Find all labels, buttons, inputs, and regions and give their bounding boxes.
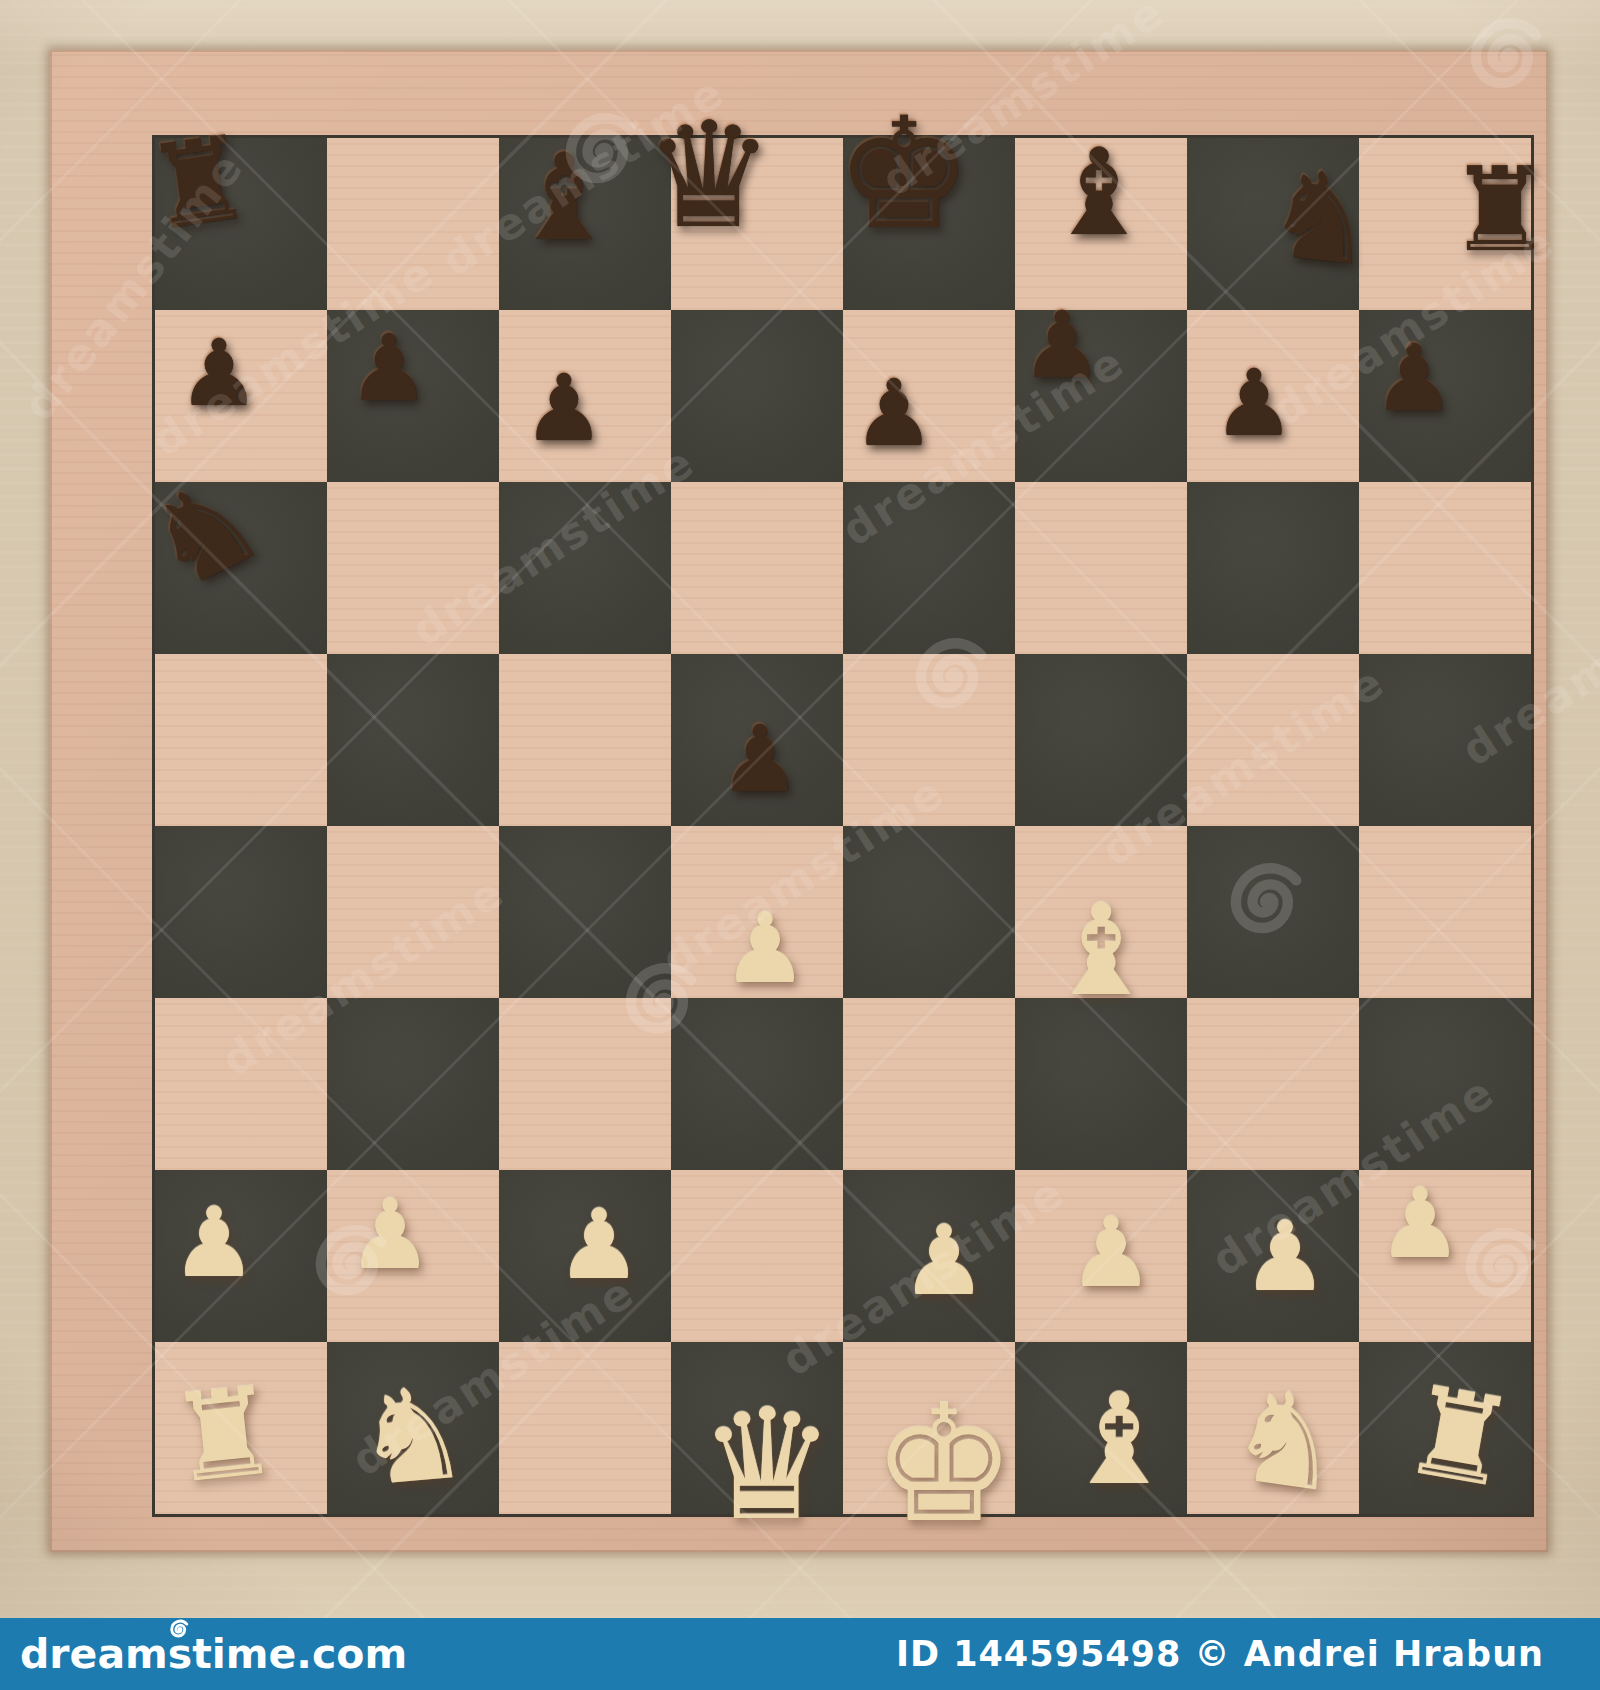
square-d2[interactable]: [671, 1170, 843, 1342]
square-h8[interactable]: ♜: [1359, 138, 1531, 310]
square-f2[interactable]: ♟: [1015, 1170, 1187, 1342]
square-g1[interactable]: ♞: [1187, 1342, 1359, 1514]
square-h4[interactable]: [1359, 826, 1531, 998]
square-c1[interactable]: [499, 1342, 671, 1514]
square-c6[interactable]: [499, 482, 671, 654]
square-c3[interactable]: [499, 998, 671, 1170]
image-credit: ID 144595498 © Andrei Hrabun: [896, 1634, 1544, 1674]
square-h2[interactable]: ♟: [1359, 1170, 1531, 1342]
piece-bP-f7[interactable]: ♟: [1021, 300, 1103, 392]
piece-wP-h2[interactable]: ♟: [1377, 1176, 1464, 1273]
square-f8[interactable]: ♝: [1015, 138, 1187, 310]
piece-wP-e2[interactable]: ♟: [901, 1213, 988, 1310]
chessboard-plank: ♜♝♛♚♝♞♜♟♟♟♟♟♟♟♞♟♟♝♟♟♟♟♟♟♟♜♞♛♚♝♞♜: [50, 50, 1548, 1552]
square-a2[interactable]: ♟: [155, 1170, 327, 1342]
square-d3[interactable]: [671, 998, 843, 1170]
piece-bP-d5[interactable]: ♟: [719, 714, 801, 806]
piece-wP-c2[interactable]: ♟: [556, 1197, 643, 1294]
square-f5[interactable]: [1015, 654, 1187, 826]
square-e2[interactable]: ♟: [843, 1170, 1015, 1342]
dreamstime-logo-spiral-icon: [166, 1616, 192, 1642]
square-c7[interactable]: ♟: [499, 310, 671, 482]
piece-wP-f2[interactable]: ♟: [1068, 1205, 1155, 1302]
square-e1[interactable]: ♚: [843, 1342, 1015, 1514]
piece-bK-e8[interactable]: ♚: [835, 97, 973, 251]
piece-bP-b7[interactable]: ♟: [348, 323, 430, 415]
square-c4[interactable]: [499, 826, 671, 998]
dreamstime-logo-text: dreamstime.com: [20, 1630, 407, 1678]
square-a4[interactable]: [155, 826, 327, 998]
piece-bN-g8[interactable]: ♞: [1260, 152, 1382, 285]
square-f6[interactable]: [1015, 482, 1187, 654]
piece-bQ-d8[interactable]: ♛: [644, 102, 775, 248]
square-b2[interactable]: ♟: [327, 1170, 499, 1342]
square-e4[interactable]: [843, 826, 1015, 998]
piece-wR-h1[interactable]: ♜: [1395, 1368, 1524, 1507]
piece-wB-f4[interactable]: ♝: [1045, 888, 1158, 1014]
square-d4[interactable]: ♟: [671, 826, 843, 998]
square-g3[interactable]: [1187, 998, 1359, 1170]
square-f7[interactable]: ♟: [1015, 310, 1187, 482]
piece-bP-g7[interactable]: ♟: [1213, 358, 1295, 450]
piece-bP-c7[interactable]: ♟: [523, 363, 605, 455]
square-b6[interactable]: [327, 482, 499, 654]
square-d8[interactable]: ♛: [671, 138, 843, 310]
piece-bR-h8[interactable]: ♜: [1448, 152, 1552, 268]
square-b5[interactable]: [327, 654, 499, 826]
board-photo: ♜♝♛♚♝♞♜♟♟♟♟♟♟♟♞♟♟♝♟♟♟♟♟♟♟♜♞♛♚♝♞♜ dreamst…: [0, 0, 1600, 1618]
square-d7[interactable]: [671, 310, 843, 482]
square-g4[interactable]: [1187, 826, 1359, 998]
square-f4[interactable]: ♝: [1015, 826, 1187, 998]
piece-bP-a7[interactable]: ♟: [178, 328, 260, 420]
square-b4[interactable]: [327, 826, 499, 998]
piece-bB-c8[interactable]: ♝: [510, 138, 618, 258]
square-b3[interactable]: [327, 998, 499, 1170]
piece-wP-g2[interactable]: ♟: [1242, 1209, 1329, 1306]
piece-bP-h7[interactable]: ♟: [1373, 333, 1455, 425]
piece-bP-e7[interactable]: ♟: [853, 368, 935, 460]
square-d6[interactable]: [671, 482, 843, 654]
square-f1[interactable]: ♝: [1015, 1342, 1187, 1514]
square-h7[interactable]: ♟: [1359, 310, 1531, 482]
square-b7[interactable]: ♟: [327, 310, 499, 482]
square-c5[interactable]: [499, 654, 671, 826]
square-e3[interactable]: [843, 998, 1015, 1170]
square-c2[interactable]: ♟: [499, 1170, 671, 1342]
piece-bB-f8[interactable]: ♝: [1045, 133, 1153, 253]
square-a3[interactable]: [155, 998, 327, 1170]
square-g8[interactable]: ♞: [1187, 138, 1359, 310]
square-g5[interactable]: [1187, 654, 1359, 826]
square-a1[interactable]: ♜: [155, 1342, 327, 1514]
chessboard-grid: ♜♝♛♚♝♞♜♟♟♟♟♟♟♟♞♟♟♝♟♟♟♟♟♟♟♜♞♛♚♝♞♜: [152, 135, 1534, 1517]
square-e7[interactable]: ♟: [843, 310, 1015, 482]
piece-bR-a8[interactable]: ♜: [139, 119, 258, 248]
piece-wK-e1[interactable]: ♚: [872, 1384, 1017, 1546]
square-a8[interactable]: ♜: [155, 138, 327, 310]
square-h3[interactable]: [1359, 998, 1531, 1170]
square-g7[interactable]: ♟: [1187, 310, 1359, 482]
square-a5[interactable]: [155, 654, 327, 826]
square-f3[interactable]: [1015, 998, 1187, 1170]
square-d5[interactable]: ♟: [671, 654, 843, 826]
piece-wB-f1[interactable]: ♝: [1063, 1377, 1176, 1503]
square-e8[interactable]: ♚: [843, 138, 1015, 310]
square-h6[interactable]: [1359, 482, 1531, 654]
square-e6[interactable]: [843, 482, 1015, 654]
piece-wP-d4[interactable]: ♟: [722, 901, 809, 998]
square-b8[interactable]: [327, 138, 499, 310]
square-e5[interactable]: [843, 654, 1015, 826]
square-g2[interactable]: ♟: [1187, 1170, 1359, 1342]
watermark-bar: dreamstime.com ID 144595498 © Andrei Hra…: [0, 1618, 1600, 1690]
piece-wQ-d1[interactable]: ♛: [698, 1389, 835, 1542]
piece-wP-b2[interactable]: ♟: [347, 1187, 434, 1284]
piece-wN-b1[interactable]: ♞: [349, 1368, 475, 1506]
piece-wR-a1[interactable]: ♜: [163, 1370, 284, 1503]
piece-wN-g1[interactable]: ♞: [1220, 1369, 1352, 1512]
square-h5[interactable]: [1359, 654, 1531, 826]
square-a7[interactable]: ♟: [155, 310, 327, 482]
dreamstime-logo: dreamstime.com: [20, 1630, 407, 1678]
square-h1[interactable]: ♜: [1359, 1342, 1531, 1514]
square-g6[interactable]: [1187, 482, 1359, 654]
square-b1[interactable]: ♞: [327, 1342, 499, 1514]
square-a6[interactable]: ♞: [155, 482, 327, 654]
piece-wP-a2[interactable]: ♟: [171, 1195, 258, 1292]
square-d1[interactable]: ♛: [671, 1342, 843, 1514]
